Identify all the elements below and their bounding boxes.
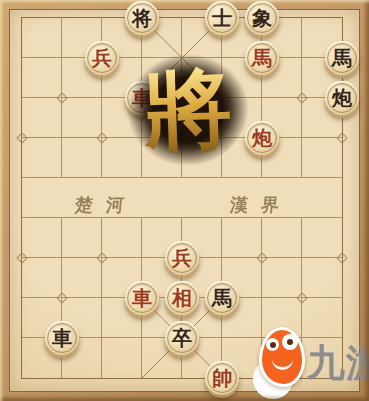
piece-red-cannon[interactable]: 炮 [245, 121, 279, 155]
piece-red-horse[interactable]: 馬 [245, 41, 279, 75]
piece-glyph: 卒 [172, 321, 192, 355]
piece-black-advisor[interactable]: 士 [205, 1, 239, 35]
mascot-left-eye [266, 338, 279, 351]
piece-black-chariot[interactable]: 車 [45, 321, 79, 355]
piece-glyph: 炮 [252, 121, 272, 155]
piece-black-elephant[interactable]: 象 [245, 1, 279, 35]
xiangqi-app-screen: 楚河 漢界 将士象兵馬馬車炮炮兵車相馬車卒帥 將 九游 [0, 0, 369, 401]
piece-glyph: 馬 [212, 281, 232, 315]
check-banner: 將 [125, 52, 251, 168]
piece-glyph: 馬 [332, 41, 352, 75]
piece-glyph: 士 [212, 1, 232, 35]
piece-red-general[interactable]: 帥 [205, 361, 239, 395]
river-label-right: 漢界 [223, 193, 293, 217]
site-logo: 九游 [249, 323, 369, 401]
piece-red-pawn[interactable]: 兵 [85, 41, 119, 75]
piece-black-pawn[interactable]: 卒 [165, 321, 199, 355]
piece-glyph: 車 [132, 281, 152, 315]
piece-glyph: 将 [132, 1, 152, 35]
piece-black-horse[interactable]: 馬 [205, 281, 239, 315]
piece-red-elephant[interactable]: 相 [165, 281, 199, 315]
logo-text: 九游 [307, 338, 369, 389]
river-label-left: 楚河 [68, 193, 138, 217]
piece-glyph: 兵 [172, 241, 192, 275]
piece-glyph: 帥 [212, 361, 232, 395]
mascot-right-eye [282, 334, 298, 350]
mascot-mouth [272, 356, 293, 370]
piece-glyph: 馬 [252, 41, 272, 75]
piece-black-cannon[interactable]: 炮 [325, 81, 359, 115]
check-banner-glyph: 將 [142, 49, 234, 171]
piece-glyph: 兵 [92, 41, 112, 75]
piece-black-horse[interactable]: 馬 [325, 41, 359, 75]
piece-glyph: 車 [52, 321, 72, 355]
piece-red-pawn[interactable]: 兵 [165, 241, 199, 275]
piece-black-general[interactable]: 将 [125, 1, 159, 35]
piece-glyph: 象 [252, 1, 272, 35]
mascot-icon [259, 327, 305, 387]
piece-glyph: 炮 [332, 81, 352, 115]
piece-red-chariot[interactable]: 車 [125, 281, 159, 315]
piece-glyph: 相 [172, 281, 192, 315]
